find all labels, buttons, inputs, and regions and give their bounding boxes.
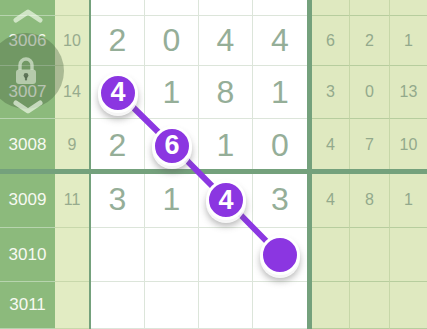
- stat-cell: 2: [350, 16, 390, 66]
- stat-cell: 1: [390, 172, 427, 228]
- row-label-3008: 3008: [0, 119, 55, 172]
- stat-cell: [390, 0, 427, 16]
- stat-cell: 1: [390, 16, 427, 66]
- stat-cell: [312, 0, 350, 16]
- stat-cell: [312, 228, 350, 282]
- digit-cell[interactable]: 0: [253, 119, 307, 172]
- selected-number-marker[interactable]: 6: [152, 126, 192, 166]
- chevron-up-icon[interactable]: [12, 8, 44, 23]
- lock-icon: [8, 53, 44, 89]
- selected-number-marker[interactable]: [260, 235, 300, 275]
- stat-cell: 10: [390, 119, 427, 172]
- digit-cell[interactable]: 2: [91, 16, 145, 66]
- digit-cell[interactable]: [253, 0, 307, 16]
- stat-cell: [312, 282, 350, 329]
- digit-cell[interactable]: [91, 282, 145, 329]
- stat-cell: [350, 282, 390, 329]
- row-label-3009: 3009: [0, 172, 55, 228]
- skip-count-cell: [55, 0, 89, 16]
- digit-cell[interactable]: [253, 282, 307, 329]
- skip-count-cell: 9: [55, 119, 89, 172]
- digit-cell[interactable]: [199, 282, 253, 329]
- stat-cell: [390, 282, 427, 329]
- digit-cell[interactable]: 4: [199, 16, 253, 66]
- digit-cell[interactable]: [91, 0, 145, 16]
- skip-count-cell: 11: [55, 172, 89, 228]
- digit-cell[interactable]: [145, 282, 199, 329]
- chevron-down-icon[interactable]: [12, 99, 44, 114]
- digit-cell[interactable]: 3: [253, 172, 307, 228]
- stat-cell: 6: [312, 16, 350, 66]
- chart-grid: 3006102044621300714418130133008926104710…: [0, 0, 427, 329]
- digit-cell[interactable]: 3: [91, 172, 145, 228]
- stat-cell: 4: [312, 172, 350, 228]
- stat-cell: 4: [312, 119, 350, 172]
- stat-cell: 8: [350, 172, 390, 228]
- digit-cell[interactable]: 2: [91, 119, 145, 172]
- stat-cell: 7: [350, 119, 390, 172]
- digit-cell[interactable]: 1: [145, 66, 199, 119]
- stat-cell: [350, 228, 390, 282]
- digit-cell[interactable]: 1: [253, 66, 307, 119]
- stat-cell: 0: [350, 66, 390, 119]
- row-label-3010: 3010: [0, 228, 55, 282]
- digit-cell[interactable]: 1: [199, 119, 253, 172]
- digit-cell[interactable]: [199, 228, 253, 282]
- skip-count-cell: [55, 282, 89, 329]
- digit-cell[interactable]: [145, 228, 199, 282]
- stat-cell: 3: [312, 66, 350, 119]
- digit-cell[interactable]: 1: [145, 172, 199, 228]
- digit-cell[interactable]: [91, 228, 145, 282]
- stat-cell: 13: [390, 66, 427, 119]
- digit-cell[interactable]: 4: [253, 16, 307, 66]
- digit-cell[interactable]: 0: [145, 16, 199, 66]
- digit-cell[interactable]: 8: [199, 66, 253, 119]
- selected-number-marker[interactable]: 4: [206, 180, 246, 220]
- number-chart: 3006102044621300714418130133008926104710…: [0, 0, 427, 329]
- stat-cell: [350, 0, 390, 16]
- digit-cell[interactable]: [145, 0, 199, 16]
- selected-number-marker[interactable]: 4: [98, 73, 138, 113]
- stat-cell: [390, 228, 427, 282]
- page-break-separator: [0, 169, 427, 174]
- digit-cell[interactable]: [199, 0, 253, 16]
- skip-count-cell: [55, 228, 89, 282]
- row-label-3011: 3011: [0, 282, 55, 329]
